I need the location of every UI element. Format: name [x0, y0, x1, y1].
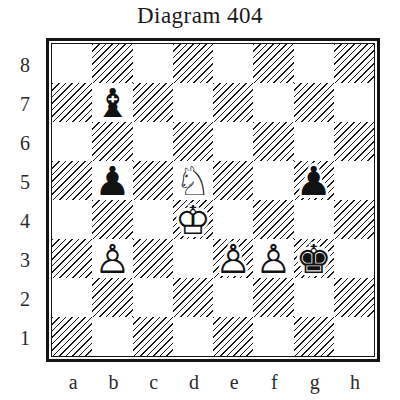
square-a7 [52, 83, 92, 122]
book-page: Diagram 404 87654321 ♝♝♟♟♞♞♘♟♟♚♚♔♟♟♙♟♟♙♟… [0, 0, 400, 400]
square-g3: ♚♚ [294, 239, 334, 278]
square-e1 [213, 317, 253, 356]
square-f6 [253, 122, 293, 161]
square-e3: ♟♟♙ [213, 239, 253, 278]
square-h3 [334, 239, 374, 278]
piece-black-bishop: ♝ [92, 83, 132, 122]
square-b2 [92, 278, 132, 317]
square-g6 [294, 122, 334, 161]
square-d8 [173, 44, 213, 83]
square-c5 [133, 161, 173, 200]
square-c7 [133, 83, 173, 122]
square-d5: ♞♞♘ [173, 161, 213, 200]
square-g8 [294, 44, 334, 83]
rank-label-7: 7 [12, 85, 38, 124]
piece-white-pawn: ♟ [213, 239, 253, 278]
square-f5 [253, 161, 293, 200]
piece-white-pawn: ♟ [213, 239, 253, 278]
square-d7 [173, 83, 213, 122]
square-a8 [52, 44, 92, 83]
square-d3 [173, 239, 213, 278]
square-d4: ♚♚♔ [173, 200, 213, 239]
square-f8 [253, 44, 293, 83]
square-c2 [133, 278, 173, 317]
rank-label-5: 5 [12, 163, 38, 202]
square-h4 [334, 200, 374, 239]
square-h7 [334, 83, 374, 122]
square-e5 [213, 161, 253, 200]
square-c4 [133, 200, 173, 239]
square-h8 [334, 44, 374, 83]
square-a2 [52, 278, 92, 317]
square-f3: ♟♟♙ [253, 239, 293, 278]
piece-white-pawn: ♟ [92, 239, 132, 278]
square-b1 [92, 317, 132, 356]
square-d1 [173, 317, 213, 356]
file-label-h: h [335, 370, 375, 394]
square-h6 [334, 122, 374, 161]
square-g1 [294, 317, 334, 356]
square-a3 [52, 239, 92, 278]
file-label-e: e [214, 370, 254, 394]
square-e8 [213, 44, 253, 83]
file-label-g: g [295, 370, 335, 394]
square-c1 [133, 317, 173, 356]
piece-white-knight: ♞ [173, 161, 213, 200]
piece-black-pawn: ♟ [294, 161, 334, 200]
square-a1 [52, 317, 92, 356]
file-label-f: f [254, 370, 294, 394]
piece-black-king: ♚ [294, 239, 334, 278]
square-g5: ♟♟ [294, 161, 334, 200]
square-b6 [92, 122, 132, 161]
piece-white-pawn: ♟ [253, 239, 293, 278]
piece-black-pawn: ♟ [92, 161, 132, 200]
piece-black-pawn: ♟ [92, 161, 132, 200]
rank-labels: 87654321 [12, 46, 38, 358]
board-frame: ♝♝♟♟♞♞♘♟♟♚♚♔♟♟♙♟♟♙♟♟♙♚♚ [46, 38, 380, 362]
square-f4 [253, 200, 293, 239]
square-e4 [213, 200, 253, 239]
square-f2 [253, 278, 293, 317]
square-b8 [92, 44, 132, 83]
file-label-c: c [134, 370, 174, 394]
square-a4 [52, 200, 92, 239]
square-e2 [213, 278, 253, 317]
piece-white-knight: ♘ [173, 161, 213, 200]
square-c8 [133, 44, 173, 83]
square-g7 [294, 83, 334, 122]
square-g2 [294, 278, 334, 317]
square-f7 [253, 83, 293, 122]
square-c3 [133, 239, 173, 278]
square-b3: ♟♟♙ [92, 239, 132, 278]
rank-label-2: 2 [12, 280, 38, 319]
square-c6 [133, 122, 173, 161]
piece-white-pawn: ♙ [213, 239, 253, 278]
rank-label-1: 1 [12, 319, 38, 358]
rank-label-8: 8 [12, 46, 38, 85]
chess-board: ♝♝♟♟♞♞♘♟♟♚♚♔♟♟♙♟♟♙♟♟♙♚♚ [51, 43, 375, 357]
square-d6 [173, 122, 213, 161]
rank-label-3: 3 [12, 241, 38, 280]
piece-white-pawn: ♟ [253, 239, 293, 278]
piece-black-pawn: ♟ [294, 161, 334, 200]
rank-label-6: 6 [12, 124, 38, 163]
piece-white-king: ♔ [173, 200, 213, 239]
square-d2 [173, 278, 213, 317]
piece-white-pawn: ♙ [92, 239, 132, 278]
file-label-a: a [53, 370, 93, 394]
piece-white-pawn: ♙ [253, 239, 293, 278]
square-a5 [52, 161, 92, 200]
square-e6 [213, 122, 253, 161]
square-b4 [92, 200, 132, 239]
square-h5 [334, 161, 374, 200]
square-h2 [334, 278, 374, 317]
file-labels: abcdefgh [53, 370, 375, 394]
file-label-b: b [93, 370, 133, 394]
square-a6 [52, 122, 92, 161]
diagram-title: Diagram 404 [0, 3, 400, 29]
piece-white-pawn: ♟ [92, 239, 132, 278]
square-b5: ♟♟ [92, 161, 132, 200]
piece-black-bishop: ♝ [92, 83, 132, 122]
piece-white-king: ♚ [173, 200, 213, 239]
square-g4 [294, 200, 334, 239]
piece-black-king: ♚ [294, 239, 334, 278]
rank-label-4: 4 [12, 202, 38, 241]
file-label-d: d [174, 370, 214, 394]
piece-white-knight: ♞ [173, 161, 213, 200]
square-f1 [253, 317, 293, 356]
square-e7 [213, 83, 253, 122]
square-b7: ♝♝ [92, 83, 132, 122]
piece-white-king: ♚ [173, 200, 213, 239]
square-h1 [334, 317, 374, 356]
